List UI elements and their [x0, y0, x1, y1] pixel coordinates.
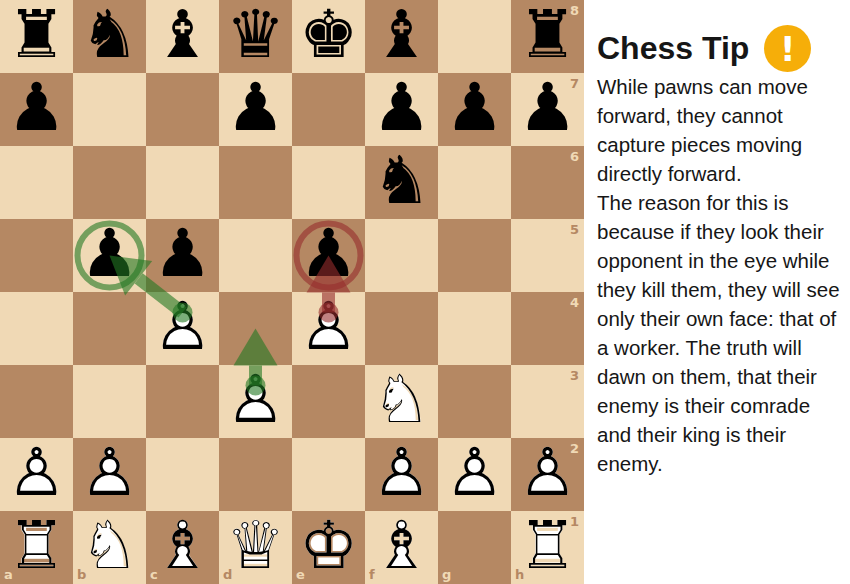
piece-white-pawn: ♟♙: [0, 438, 73, 511]
square-b2[interactable]: ♟♙: [73, 438, 146, 511]
square-c8[interactable]: ♝: [146, 0, 219, 73]
tip-paragraph-1: While pawns can move forward, they canno…: [597, 72, 842, 188]
square-b8[interactable]: ♞: [73, 0, 146, 73]
piece-white-pawn: ♟♙: [365, 438, 438, 511]
square-a5[interactable]: [0, 219, 73, 292]
piece-white-rook: ♜♖: [511, 511, 584, 584]
square-f7[interactable]: ♟: [365, 73, 438, 146]
square-e4[interactable]: ♟♙: [292, 292, 365, 365]
square-h8[interactable]: 8♜: [511, 0, 584, 73]
square-e5[interactable]: ♟: [292, 219, 365, 292]
square-d4[interactable]: [219, 292, 292, 365]
rank-label-5: 5: [570, 222, 579, 237]
square-f8[interactable]: ♝: [365, 0, 438, 73]
square-g3[interactable]: [438, 365, 511, 438]
exclamation-icon: !: [764, 25, 811, 72]
piece-black-king: ♚: [292, 0, 365, 73]
square-e8[interactable]: ♚: [292, 0, 365, 73]
square-g6[interactable]: [438, 146, 511, 219]
square-d7[interactable]: ♟: [219, 73, 292, 146]
chess-board-area: ♜♞♝♛♚♝8♜♟♟♟♟7♟♞6♟♟♟5♟♙♟♙4♟♙♞♘3♟♙♟♙♟♙♟♙2♟…: [0, 0, 584, 584]
piece-black-rook: ♜: [0, 0, 73, 73]
page-title: Chess Tip: [597, 30, 749, 67]
square-a3[interactable]: [0, 365, 73, 438]
piece-white-knight: ♞♘: [73, 511, 146, 584]
square-d2[interactable]: [219, 438, 292, 511]
piece-white-pawn: ♟♙: [292, 292, 365, 365]
square-e1[interactable]: e♚♔: [292, 511, 365, 584]
square-b6[interactable]: [73, 146, 146, 219]
square-f3[interactable]: ♞♘: [365, 365, 438, 438]
square-g1[interactable]: g: [438, 511, 511, 584]
piece-black-knight: ♞: [73, 0, 146, 73]
piece-black-rook: ♜: [511, 0, 584, 73]
piece-white-pawn: ♟♙: [146, 292, 219, 365]
piece-black-pawn: ♟: [365, 73, 438, 146]
square-b1[interactable]: b♞♘: [73, 511, 146, 584]
square-d8[interactable]: ♛: [219, 0, 292, 73]
square-h1[interactable]: 1h♜♖: [511, 511, 584, 584]
square-h2[interactable]: 2♟♙: [511, 438, 584, 511]
square-c3[interactable]: [146, 365, 219, 438]
square-a8[interactable]: ♜: [0, 0, 73, 73]
square-c1[interactable]: c♝♗: [146, 511, 219, 584]
piece-black-pawn: ♟: [73, 219, 146, 292]
square-g5[interactable]: [438, 219, 511, 292]
square-a7[interactable]: ♟: [0, 73, 73, 146]
square-c4[interactable]: ♟♙: [146, 292, 219, 365]
square-g2[interactable]: ♟♙: [438, 438, 511, 511]
square-d5[interactable]: [219, 219, 292, 292]
piece-black-bishop: ♝: [146, 0, 219, 73]
piece-white-pawn: ♟♙: [511, 438, 584, 511]
square-h7[interactable]: 7♟: [511, 73, 584, 146]
piece-white-knight: ♞♘: [365, 365, 438, 438]
square-f5[interactable]: [365, 219, 438, 292]
piece-black-pawn: ♟: [0, 73, 73, 146]
piece-black-pawn: ♟: [219, 73, 292, 146]
piece-black-queen: ♛: [219, 0, 292, 73]
square-c6[interactable]: [146, 146, 219, 219]
square-c5[interactable]: ♟: [146, 219, 219, 292]
piece-black-pawn: ♟: [292, 219, 365, 292]
square-b5[interactable]: ♟: [73, 219, 146, 292]
square-b3[interactable]: [73, 365, 146, 438]
piece-white-pawn: ♟♙: [73, 438, 146, 511]
square-b4[interactable]: [73, 292, 146, 365]
piece-white-queen: ♛♕: [219, 511, 292, 584]
square-a6[interactable]: [0, 146, 73, 219]
piece-black-pawn: ♟: [438, 73, 511, 146]
square-a4[interactable]: [0, 292, 73, 365]
square-h4[interactable]: 4: [511, 292, 584, 365]
rank-label-3: 3: [570, 368, 579, 383]
square-d3[interactable]: ♟♙: [219, 365, 292, 438]
square-h3[interactable]: 3: [511, 365, 584, 438]
tip-panel: Chess Tip ! While pawns can move forward…: [584, 0, 850, 584]
file-label-g: g: [442, 567, 451, 582]
rank-label-4: 4: [570, 295, 579, 310]
chess-board: ♜♞♝♛♚♝8♜♟♟♟♟7♟♞6♟♟♟5♟♙♟♙4♟♙♞♘3♟♙♟♙♟♙♟♙2♟…: [0, 0, 584, 584]
square-g8[interactable]: [438, 0, 511, 73]
rank-label-6: 6: [570, 149, 579, 164]
piece-white-pawn: ♟♙: [438, 438, 511, 511]
square-d1[interactable]: d♛♕: [219, 511, 292, 584]
square-h5[interactable]: 5: [511, 219, 584, 292]
piece-black-pawn: ♟: [146, 219, 219, 292]
square-e2[interactable]: [292, 438, 365, 511]
piece-white-bishop: ♝♗: [365, 511, 438, 584]
square-g7[interactable]: ♟: [438, 73, 511, 146]
piece-black-knight: ♞: [365, 146, 438, 219]
square-h6[interactable]: 6: [511, 146, 584, 219]
square-c7[interactable]: [146, 73, 219, 146]
square-e7[interactable]: [292, 73, 365, 146]
square-f6[interactable]: ♞: [365, 146, 438, 219]
square-a1[interactable]: a♜♖: [0, 511, 73, 584]
piece-black-bishop: ♝: [365, 0, 438, 73]
square-g4[interactable]: [438, 292, 511, 365]
square-a2[interactable]: ♟♙: [0, 438, 73, 511]
piece-black-pawn: ♟: [511, 73, 584, 146]
tip-paragraph-2: The reason for this is because if they l…: [597, 188, 842, 478]
square-e6[interactable]: [292, 146, 365, 219]
square-c2[interactable]: [146, 438, 219, 511]
piece-white-pawn: ♟♙: [219, 365, 292, 438]
square-f2[interactable]: ♟♙: [365, 438, 438, 511]
piece-white-bishop: ♝♗: [146, 511, 219, 584]
piece-white-rook: ♜♖: [0, 511, 73, 584]
piece-white-king: ♚♔: [292, 511, 365, 584]
square-f1[interactable]: f♝♗: [365, 511, 438, 584]
tip-panel-header: Chess Tip !: [597, 25, 842, 72]
square-d6[interactable]: [219, 146, 292, 219]
square-f4[interactable]: [365, 292, 438, 365]
square-e3[interactable]: [292, 365, 365, 438]
square-b7[interactable]: [73, 73, 146, 146]
